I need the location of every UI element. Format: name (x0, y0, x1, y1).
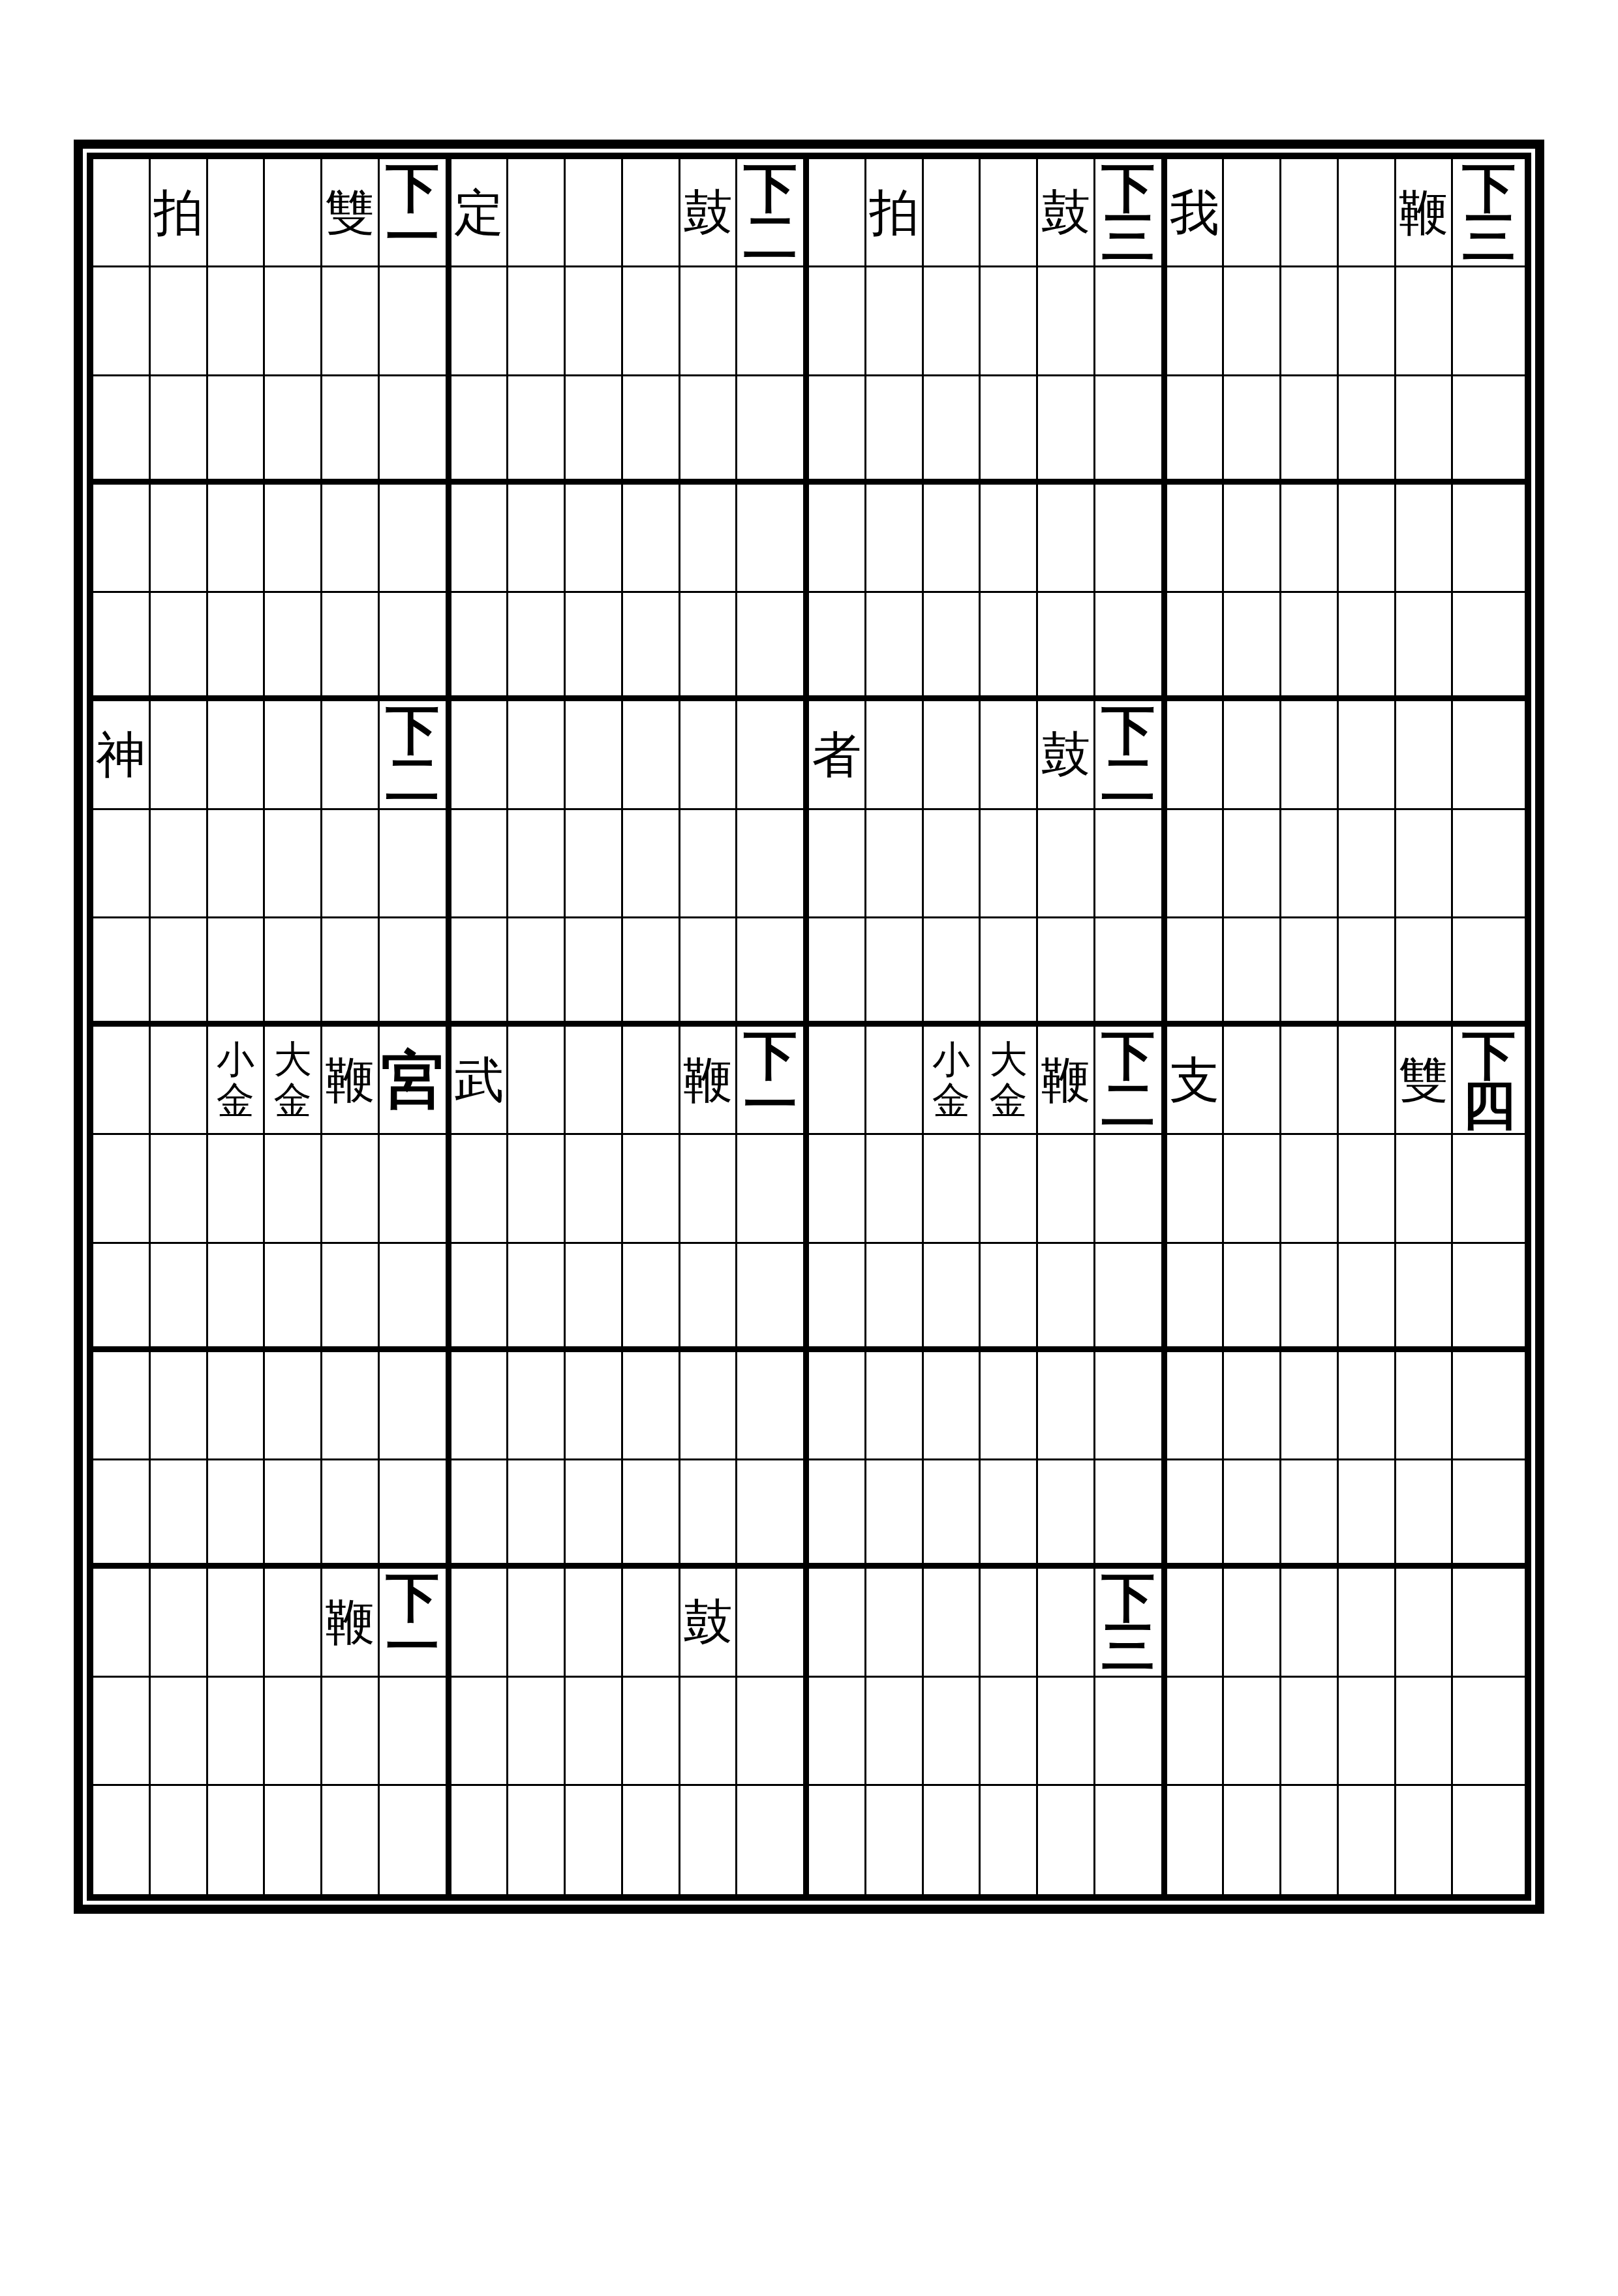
cell-b1-c3-r1-daegeum (981, 159, 1038, 267)
cell-b3-c1-r1-janggu (322, 701, 380, 809)
cell-b2-c1-r2-sogeum (208, 593, 266, 701)
cell-b4-c4-r2-lyric (1167, 1135, 1225, 1243)
cell-b6-c3-r3-sogeum (924, 1786, 981, 1894)
cell-b2-c1-r2-pitch (380, 593, 451, 701)
cell-b6-c4-r1-pitch (1453, 1569, 1525, 1677)
cell-b1-c1-r1-daegeum (265, 159, 322, 267)
cell-b4-c3-r1-daegeum: 大金 (981, 1027, 1038, 1135)
cell-b6-c1-r1-janggu: 鞭 (322, 1569, 380, 1677)
cell-b6-c4-r2-daegeum (1339, 1678, 1396, 1786)
notation-glyph-lyric: 者 (812, 729, 861, 781)
cell-b2-c2-r2-daegeum (623, 593, 680, 701)
cell-b4-c1-r1-lyric (93, 1027, 151, 1135)
cell-b3-c3-r2-daegeum (981, 810, 1038, 918)
cell-b2-c3-r2-sogeum (924, 593, 981, 701)
cell-b5-c4-r1-bak (1224, 1352, 1281, 1460)
cell-b4-c1-r1-sogeum: 小金 (208, 1027, 266, 1135)
notation-glyph-janggu: 鼓 (1041, 187, 1090, 239)
cell-b5-c1-r2-bak (151, 1460, 208, 1569)
cell-b1-c4-r2-pitch (1453, 267, 1525, 376)
cell-b3-c4-r2-bak (1224, 810, 1281, 918)
cell-b3-c2-r2-janggu (680, 810, 738, 918)
cell-b3-c3-r2-lyric (809, 810, 866, 918)
cell-b3-c2-r2-pitch (737, 810, 809, 918)
cell-b4-c2-r3-lyric (451, 1244, 509, 1352)
cell-b2-c4-r2-lyric (1167, 593, 1225, 701)
cell-b5-c4-r2-daegeum (1339, 1460, 1396, 1569)
cell-b4-c1-r2-daegeum (265, 1135, 322, 1243)
cell-b4-c4-r2-daegeum (1339, 1135, 1396, 1243)
cell-b3-c1-r1-pitch: 下二 (380, 701, 451, 809)
cell-b3-c2-r1-lyric (451, 701, 509, 809)
cell-b6-c1-r2-janggu (322, 1678, 380, 1786)
cell-b1-c3-r1-lyric (809, 159, 866, 267)
cell-b2-c3-r2-janggu (1038, 593, 1095, 701)
cell-b1-c3-r1-janggu: 鼓 (1038, 159, 1095, 267)
cell-b6-c2-r2-bak (508, 1678, 566, 1786)
cell-b5-c2-r2-bak (508, 1460, 566, 1569)
cell-b2-c4-r1-sogeum (1281, 485, 1339, 593)
notation-glyph-janggu: 鞭 (1041, 1054, 1090, 1106)
cell-b5-c4-r2-bak (1224, 1460, 1281, 1569)
cell-b6-c4-r3-janggu (1396, 1786, 1454, 1894)
cell-b5-c2-r1-pitch (737, 1352, 809, 1460)
cell-b6-c2-r2-daegeum (623, 1678, 680, 1786)
cell-b1-c4-r3-daegeum (1339, 376, 1396, 485)
cell-b5-c2-r2-pitch (737, 1460, 809, 1569)
cell-b3-c3-r3-bak (866, 918, 924, 1027)
cell-b6-c4-r3-lyric (1167, 1786, 1225, 1894)
cell-b4-c4-r3-lyric (1167, 1244, 1225, 1352)
cell-b3-c2-r1-daegeum (623, 701, 680, 809)
cell-b6-c3-r2-sogeum (924, 1678, 981, 1786)
cell-b6-c4-r2-sogeum (1281, 1678, 1339, 1786)
notation-glyph-pitch: 下一 (386, 163, 439, 262)
cell-b5-c3-r1-daegeum (981, 1352, 1038, 1460)
cell-b1-c4-r1-bak (1224, 159, 1281, 267)
cell-b3-c4-r1-daegeum (1339, 701, 1396, 809)
cell-b3-c1-r3-sogeum (208, 918, 266, 1027)
cell-b1-c4-r1-pitch: 下三 (1453, 159, 1525, 267)
cell-b2-c1-r2-bak (151, 593, 208, 701)
notation-glyph-lyric: 神 (96, 729, 145, 781)
cell-b4-c2-r2-janggu (680, 1135, 738, 1243)
cell-b4-c1-r3-janggu (322, 1244, 380, 1352)
cell-b2-c1-r1-pitch (380, 485, 451, 593)
cell-b1-c2-r2-sogeum (566, 267, 623, 376)
cell-b2-c3-r1-janggu (1038, 485, 1095, 593)
cell-b2-c3-r2-daegeum (981, 593, 1038, 701)
cell-b6-c1-r3-janggu (322, 1786, 380, 1894)
cell-b2-c4-r2-pitch (1453, 593, 1525, 701)
cell-b4-c3-r2-bak (866, 1135, 924, 1243)
cell-b1-c2-r2-lyric (451, 267, 509, 376)
cell-b2-c4-r1-bak (1224, 485, 1281, 593)
notation-glyph-bak: 拍 (869, 187, 919, 239)
cell-b6-c3-r2-pitch (1095, 1678, 1167, 1786)
cell-b5-c4-r2-lyric (1167, 1460, 1225, 1569)
cell-b2-c4-r1-lyric (1167, 485, 1225, 593)
cell-b1-c2-r3-pitch (737, 376, 809, 485)
cell-b3-c3-r2-bak (866, 810, 924, 918)
cell-b3-c1-r1-daegeum (265, 701, 322, 809)
cell-b3-c4-r2-daegeum (1339, 810, 1396, 918)
cell-b6-c1-r1-pitch: 下一 (380, 1569, 451, 1677)
notation-glyph-sogeum: 小金 (217, 1039, 254, 1121)
cell-b4-c1-r3-lyric (93, 1244, 151, 1352)
cell-b1-c2-r3-bak (508, 376, 566, 485)
cell-b1-c4-r3-sogeum (1281, 376, 1339, 485)
cell-b5-c3-r2-janggu (1038, 1460, 1095, 1569)
cell-b2-c4-r2-janggu (1396, 593, 1454, 701)
cell-b5-c1-r2-daegeum (265, 1460, 322, 1569)
cell-b5-c1-r1-pitch (380, 1352, 451, 1460)
cell-b1-c3-r3-lyric (809, 376, 866, 485)
cell-b5-c3-r2-lyric (809, 1460, 866, 1569)
cell-b1-c1-r2-daegeum (265, 267, 322, 376)
cell-b1-c1-r1-lyric (93, 159, 151, 267)
cell-b5-c1-r1-janggu (322, 1352, 380, 1460)
cell-b4-c1-r2-janggu (322, 1135, 380, 1243)
cell-b1-c1-r1-janggu: 雙 (322, 159, 380, 267)
cell-b2-c1-r1-daegeum (265, 485, 322, 593)
cell-b4-c1-r3-daegeum (265, 1244, 322, 1352)
cell-b5-c3-r1-sogeum (924, 1352, 981, 1460)
cell-b4-c2-r3-bak (508, 1244, 566, 1352)
cell-b2-c2-r2-lyric (451, 593, 509, 701)
cell-b5-c3-r2-bak (866, 1460, 924, 1569)
cell-b5-c2-r1-lyric (451, 1352, 509, 1460)
cell-b1-c3-r3-pitch (1095, 376, 1167, 485)
cell-b3-c4-r2-pitch (1453, 810, 1525, 918)
cell-b4-c2-r1-bak (508, 1027, 566, 1135)
cell-b6-c4-r3-bak (1224, 1786, 1281, 1894)
cell-b4-c4-r2-bak (1224, 1135, 1281, 1243)
cell-b1-c4-r2-sogeum (1281, 267, 1339, 376)
cell-b1-c4-r1-sogeum (1281, 159, 1339, 267)
cell-b4-c2-r3-janggu (680, 1244, 738, 1352)
cell-b1-c1-r1-pitch: 下一 (380, 159, 451, 267)
cell-b6-c4-r1-janggu (1396, 1569, 1454, 1677)
cell-b4-c3-r2-lyric (809, 1135, 866, 1243)
cell-b1-c2-r3-lyric (451, 376, 509, 485)
cell-b5-c3-r2-pitch (1095, 1460, 1167, 1569)
cell-b4-c2-r1-janggu: 鞭 (680, 1027, 738, 1135)
cell-b2-c1-r1-sogeum (208, 485, 266, 593)
cell-b5-c1-r2-sogeum (208, 1460, 266, 1569)
cell-b1-c1-r3-lyric (93, 376, 151, 485)
notation-glyph-pitch: 宮 (381, 1049, 444, 1111)
cell-b2-c1-r2-lyric (93, 593, 151, 701)
cell-b5-c3-r2-daegeum (981, 1460, 1038, 1569)
notation-glyph-pitch: 下四 (1462, 1031, 1516, 1129)
cell-b1-c4-r1-lyric: 我 (1167, 159, 1225, 267)
cell-b4-c3-r1-lyric (809, 1027, 866, 1135)
notation-glyph-pitch: 下三 (1101, 163, 1155, 262)
cell-b6-c2-r3-daegeum (623, 1786, 680, 1894)
notation-glyph-bak: 拍 (153, 187, 203, 239)
cell-b4-c1-r2-sogeum (208, 1135, 266, 1243)
cell-b6-c4-r3-sogeum (1281, 1786, 1339, 1894)
cell-b3-c3-r2-sogeum (924, 810, 981, 918)
cell-b3-c2-r1-bak (508, 701, 566, 809)
cell-b6-c3-r1-daegeum (981, 1569, 1038, 1677)
cell-b3-c4-r3-sogeum (1281, 918, 1339, 1027)
cell-b3-c1-r1-bak (151, 701, 208, 809)
cell-b5-c4-r1-sogeum (1281, 1352, 1339, 1460)
cell-b6-c4-r3-daegeum (1339, 1786, 1396, 1894)
score-frame-outer: 拍雙下一定鼓下二拍鼓下三我鞭下三神下二者鼓下二小金大金鞭宮武鞭下一小金大金鞭下二… (74, 140, 1544, 1914)
cell-b1-c3-r2-daegeum (981, 267, 1038, 376)
cell-b6-c2-r1-daegeum (623, 1569, 680, 1677)
cell-b3-c3-r1-lyric: 者 (809, 701, 866, 809)
cell-b2-c3-r2-pitch (1095, 593, 1167, 701)
cell-b3-c2-r1-janggu (680, 701, 738, 809)
cell-b6-c2-r2-sogeum (566, 1678, 623, 1786)
cell-b1-c4-r1-daegeum (1339, 159, 1396, 267)
cell-b6-c3-r1-janggu (1038, 1569, 1095, 1677)
cell-b1-c3-r2-bak (866, 267, 924, 376)
cell-b3-c1-r1-lyric: 神 (93, 701, 151, 809)
cell-b3-c1-r2-sogeum (208, 810, 266, 918)
cell-b3-c2-r2-daegeum (623, 810, 680, 918)
cell-b3-c3-r1-daegeum (981, 701, 1038, 809)
cell-b5-c3-r1-janggu (1038, 1352, 1095, 1460)
cell-b3-c4-r2-lyric (1167, 810, 1225, 918)
cell-b3-c1-r2-pitch (380, 810, 451, 918)
cell-b1-c4-r2-lyric (1167, 267, 1225, 376)
cell-b6-c2-r3-sogeum (566, 1786, 623, 1894)
cell-b6-c1-r1-daegeum (265, 1569, 322, 1677)
cell-b6-c2-r3-pitch (737, 1786, 809, 1894)
cell-b1-c4-r2-janggu (1396, 267, 1454, 376)
cell-b3-c4-r1-bak (1224, 701, 1281, 809)
cell-b4-c3-r1-pitch: 下二 (1095, 1027, 1167, 1135)
cell-b2-c2-r1-janggu (680, 485, 738, 593)
notation-glyph-janggu: 鞭 (325, 1596, 374, 1648)
cell-b6-c1-r3-pitch (380, 1786, 451, 1894)
cell-b3-c1-r3-lyric (93, 918, 151, 1027)
cell-b4-c3-r1-bak (866, 1027, 924, 1135)
cell-b4-c4-r1-lyric: 支 (1167, 1027, 1225, 1135)
cell-b4-c1-r1-bak (151, 1027, 208, 1135)
cell-b6-c1-r1-lyric (93, 1569, 151, 1677)
cell-b6-c2-r2-lyric (451, 1678, 509, 1786)
cell-b2-c1-r1-bak (151, 485, 208, 593)
notation-glyph-daegeum: 大金 (990, 1039, 1028, 1121)
cell-b6-c4-r2-lyric (1167, 1678, 1225, 1786)
cell-b2-c2-r2-sogeum (566, 593, 623, 701)
cell-b4-c2-r2-lyric (451, 1135, 509, 1243)
cell-b6-c3-r3-daegeum (981, 1786, 1038, 1894)
cell-b5-c1-r1-daegeum (265, 1352, 322, 1460)
cell-b5-c2-r2-janggu (680, 1460, 738, 1569)
cell-b1-c3-r1-sogeum (924, 159, 981, 267)
cell-b2-c4-r1-daegeum (1339, 485, 1396, 593)
cell-b2-c2-r2-pitch (737, 593, 809, 701)
cell-b3-c4-r3-daegeum (1339, 918, 1396, 1027)
cell-b2-c3-r1-bak (866, 485, 924, 593)
cell-b4-c1-r2-pitch (380, 1135, 451, 1243)
cell-b3-c2-r3-sogeum (566, 918, 623, 1027)
cell-b3-c1-r3-daegeum (265, 918, 322, 1027)
cell-b4-c3-r2-janggu (1038, 1135, 1095, 1243)
cell-b6-c3-r1-lyric (809, 1569, 866, 1677)
cell-b6-c3-r2-bak (866, 1678, 924, 1786)
cell-b3-c4-r3-bak (1224, 918, 1281, 1027)
cell-b4-c4-r1-bak (1224, 1027, 1281, 1135)
cell-b4-c1-r2-lyric (93, 1135, 151, 1243)
notation-glyph-janggu: 鼓 (683, 1596, 733, 1648)
cell-b3-c1-r2-bak (151, 810, 208, 918)
cell-b5-c2-r1-sogeum (566, 1352, 623, 1460)
cell-b3-c3-r3-daegeum (981, 918, 1038, 1027)
cell-b3-c3-r1-janggu: 鼓 (1038, 701, 1095, 809)
cell-b1-c3-r3-bak (866, 376, 924, 485)
cell-b6-c2-r2-janggu (680, 1678, 738, 1786)
cell-b3-c2-r3-daegeum (623, 918, 680, 1027)
cell-b3-c4-r2-sogeum (1281, 810, 1339, 918)
cell-b2-c3-r1-pitch (1095, 485, 1167, 593)
cell-b6-c3-r1-pitch: 下三 (1095, 1569, 1167, 1677)
cell-b4-c3-r3-daegeum (981, 1244, 1038, 1352)
cell-b1-c4-r2-daegeum (1339, 267, 1396, 376)
cell-b5-c3-r1-pitch (1095, 1352, 1167, 1460)
cell-b5-c2-r1-janggu (680, 1352, 738, 1460)
cell-b2-c2-r2-bak (508, 593, 566, 701)
cell-b6-c1-r2-bak (151, 1678, 208, 1786)
cell-b4-c3-r3-janggu (1038, 1244, 1095, 1352)
cell-b2-c1-r2-janggu (322, 593, 380, 701)
cell-b6-c1-r2-sogeum (208, 1678, 266, 1786)
notation-glyph-lyric: 定 (454, 187, 504, 239)
cell-b6-c3-r3-bak (866, 1786, 924, 1894)
cell-b5-c1-r2-pitch (380, 1460, 451, 1569)
notation-glyph-janggu: 鞭 (325, 1054, 374, 1106)
cell-b6-c2-r1-lyric (451, 1569, 509, 1677)
cell-b3-c2-r1-sogeum (566, 701, 623, 809)
cell-b4-c4-r2-janggu (1396, 1135, 1454, 1243)
notation-glyph-pitch: 下一 (744, 1031, 797, 1129)
cell-b1-c3-r3-sogeum (924, 376, 981, 485)
cell-b5-c4-r2-pitch (1453, 1460, 1525, 1569)
cell-b3-c4-r1-lyric (1167, 701, 1225, 809)
cell-b1-c1-r2-sogeum (208, 267, 266, 376)
cell-b6-c1-r1-sogeum (208, 1569, 266, 1677)
cell-b6-c3-r1-bak (866, 1569, 924, 1677)
cell-b6-c3-r3-janggu (1038, 1786, 1095, 1894)
cell-b3-c3-r1-pitch: 下二 (1095, 701, 1167, 809)
cell-b3-c1-r2-janggu (322, 810, 380, 918)
cell-b3-c3-r3-janggu (1038, 918, 1095, 1027)
cell-b4-c2-r3-sogeum (566, 1244, 623, 1352)
cell-b2-c2-r1-lyric (451, 485, 509, 593)
cell-b6-c1-r3-bak (151, 1786, 208, 1894)
cell-b4-c1-r3-sogeum (208, 1244, 266, 1352)
cell-b1-c1-r1-bak: 拍 (151, 159, 208, 267)
cell-b2-c2-r1-daegeum (623, 485, 680, 593)
cell-b3-c4-r3-pitch (1453, 918, 1525, 1027)
cell-b1-c3-r2-pitch (1095, 267, 1167, 376)
cell-b4-c3-r3-pitch (1095, 1244, 1167, 1352)
cell-b3-c1-r2-lyric (93, 810, 151, 918)
cell-b4-c1-r1-janggu: 鞭 (322, 1027, 380, 1135)
cell-b4-c2-r3-pitch (737, 1244, 809, 1352)
cell-b2-c3-r1-lyric (809, 485, 866, 593)
cell-b4-c2-r1-sogeum (566, 1027, 623, 1135)
cell-b1-c2-r2-janggu (680, 267, 738, 376)
cell-b5-c4-r2-sogeum (1281, 1460, 1339, 1569)
cell-b3-c1-r2-daegeum (265, 810, 322, 918)
cell-b6-c4-r3-pitch (1453, 1786, 1525, 1894)
cell-b1-c3-r1-bak: 拍 (866, 159, 924, 267)
cell-b6-c4-r1-sogeum (1281, 1569, 1339, 1677)
cell-b6-c4-r1-bak (1224, 1569, 1281, 1677)
cell-b5-c1-r1-bak (151, 1352, 208, 1460)
notation-glyph-pitch: 下二 (1101, 705, 1155, 804)
cell-b6-c1-r1-bak (151, 1569, 208, 1677)
cell-b4-c2-r3-daegeum (623, 1244, 680, 1352)
cell-b1-c3-r1-pitch: 下三 (1095, 159, 1167, 267)
cell-b1-c1-r3-sogeum (208, 376, 266, 485)
cell-b3-c1-r3-janggu (322, 918, 380, 1027)
notation-glyph-lyric: 武 (454, 1054, 504, 1106)
cell-b3-c3-r1-sogeum (924, 701, 981, 809)
notation-glyph-pitch: 下三 (1101, 1573, 1155, 1671)
notation-glyph-janggu: 鼓 (683, 187, 733, 239)
cell-b4-c3-r2-daegeum (981, 1135, 1038, 1243)
cell-b1-c2-r1-daegeum (623, 159, 680, 267)
cell-b3-c4-r3-janggu (1396, 918, 1454, 1027)
cell-b5-c2-r2-daegeum (623, 1460, 680, 1569)
cell-b3-c1-r1-sogeum (208, 701, 266, 809)
cell-b2-c4-r2-daegeum (1339, 593, 1396, 701)
cell-b6-c1-r3-lyric (93, 1786, 151, 1894)
cell-b3-c4-r1-pitch (1453, 701, 1525, 809)
cell-b1-c1-r3-daegeum (265, 376, 322, 485)
cell-b3-c2-r3-bak (508, 918, 566, 1027)
cell-b4-c4-r1-sogeum (1281, 1027, 1339, 1135)
cell-b4-c3-r3-sogeum (924, 1244, 981, 1352)
cell-b1-c1-r1-sogeum (208, 159, 266, 267)
cell-b6-c4-r2-pitch (1453, 1678, 1525, 1786)
cell-b5-c2-r1-daegeum (623, 1352, 680, 1460)
cell-b6-c1-r3-sogeum (208, 1786, 266, 1894)
notation-glyph-janggu: 鞭 (683, 1054, 733, 1106)
cell-b4-c1-r1-daegeum: 大金 (265, 1027, 322, 1135)
cell-b6-c1-r2-lyric (93, 1678, 151, 1786)
cell-b5-c2-r2-lyric (451, 1460, 509, 1569)
cell-b1-c2-r3-janggu (680, 376, 738, 485)
cell-b6-c3-r3-pitch (1095, 1786, 1167, 1894)
notation-glyph-pitch: 下二 (1101, 1031, 1155, 1129)
cell-b4-c1-r3-bak (151, 1244, 208, 1352)
cell-b6-c4-r1-daegeum (1339, 1569, 1396, 1677)
cell-b4-c3-r2-pitch (1095, 1135, 1167, 1243)
cell-b3-c1-r3-bak (151, 918, 208, 1027)
cell-b5-c3-r2-sogeum (924, 1460, 981, 1569)
cell-b4-c2-r1-pitch: 下一 (737, 1027, 809, 1135)
cell-b5-c1-r2-lyric (93, 1460, 151, 1569)
cell-b6-c3-r1-sogeum (924, 1569, 981, 1677)
cell-b5-c4-r1-janggu (1396, 1352, 1454, 1460)
cell-b4-c4-r3-janggu (1396, 1244, 1454, 1352)
notation-glyph-janggu: 鼓 (1041, 729, 1090, 781)
cell-b2-c3-r1-daegeum (981, 485, 1038, 593)
cell-b5-c2-r2-sogeum (566, 1460, 623, 1569)
cell-b5-c4-r2-janggu (1396, 1460, 1454, 1569)
cell-b2-c1-r1-lyric (93, 485, 151, 593)
